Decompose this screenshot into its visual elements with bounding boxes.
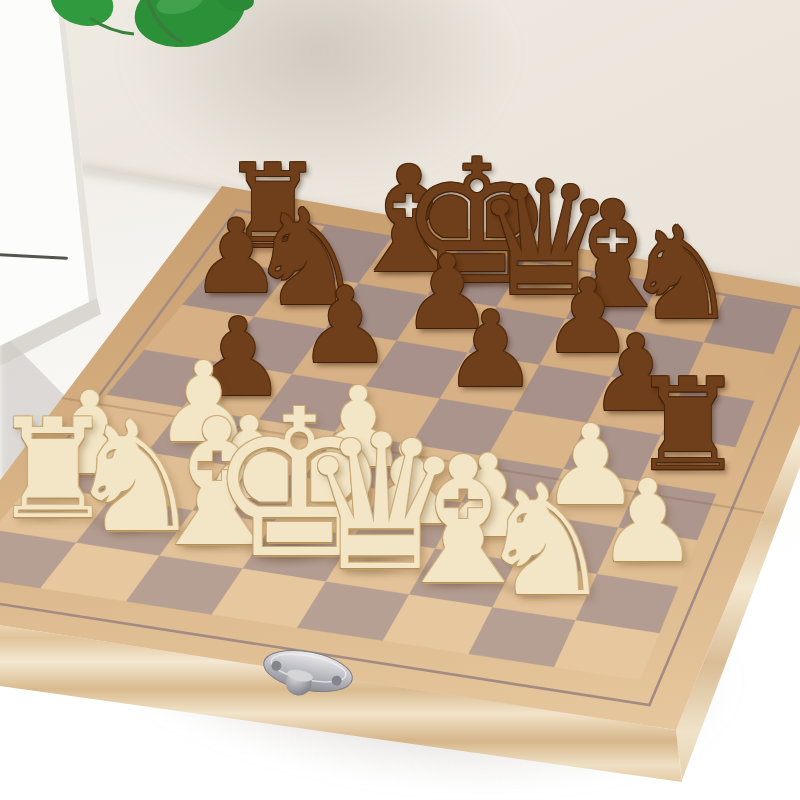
chessboard: [0, 0, 800, 800]
product-photo-scene: ♜♝♚♛♝♞♟♞♟♟♟♟♟♟♜♟♟♟♟♟♟♟♟♜♞♝♚♛♝♞: [0, 0, 800, 800]
